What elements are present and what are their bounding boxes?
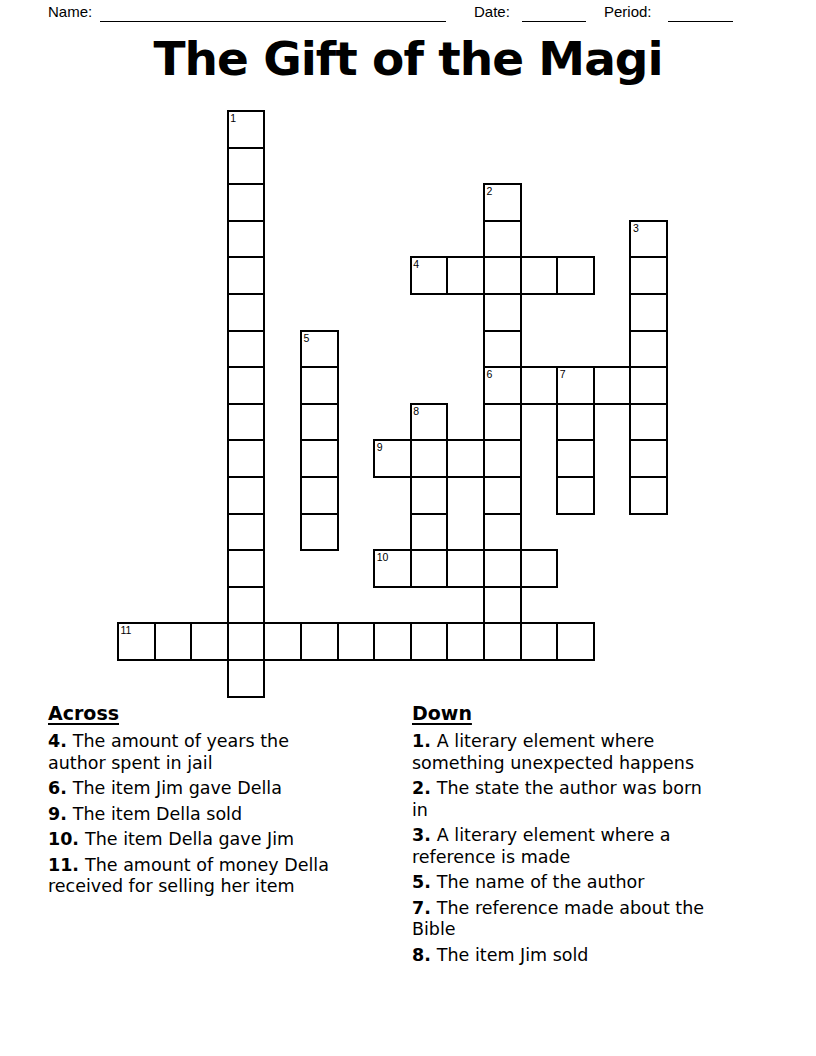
grid-cell-r10c12[interactable]	[556, 476, 595, 515]
grid-cell-r7c3[interactable]	[227, 366, 266, 405]
grid-cell-r4c11[interactable]	[520, 256, 559, 295]
clue-text: The state the author was born in	[412, 778, 702, 820]
grid-cell-r9c9[interactable]	[446, 439, 485, 478]
clue-down-7: 7.The reference made about the Bible	[412, 898, 784, 941]
grid-cell-r9c8[interactable]	[410, 439, 449, 478]
grid-cell-r6c3[interactable]	[227, 330, 266, 369]
cell-number-8: 8	[413, 406, 419, 417]
grid-cell-r10c14[interactable]	[629, 476, 668, 515]
grid-cell-r9c5[interactable]	[300, 439, 339, 478]
grid-cell-r5c3[interactable]	[227, 293, 266, 332]
grid-cell-r14c9[interactable]	[446, 622, 485, 661]
grid-cell-r15c3[interactable]	[227, 659, 266, 698]
clue-text: A literary element where a reference is …	[412, 825, 671, 867]
clue-text: The item Jim sold	[437, 945, 589, 965]
clue-text: A literary element where something unexp…	[412, 731, 694, 773]
cell-number-3: 3	[633, 223, 639, 234]
cell-number-11: 11	[121, 625, 132, 636]
grid-cell-r6c14[interactable]	[629, 330, 668, 369]
period-blank[interactable]	[668, 6, 733, 22]
grid-cell-r2c3[interactable]	[227, 183, 266, 222]
grid-cell-r8c10[interactable]	[483, 403, 522, 442]
grid-cell-r8c5[interactable]	[300, 403, 339, 442]
grid-cell-r14c12[interactable]	[556, 622, 595, 661]
grid-cell-r14c3[interactable]	[227, 622, 266, 661]
crossword-grid: 1234567891011	[117, 110, 672, 702]
clue-text: The name of the author	[437, 872, 645, 892]
down-clues: Down 1.A literary element where somethin…	[412, 702, 784, 970]
clue-down-5: 5.The name of the author	[412, 872, 784, 894]
grid-cell-r14c5[interactable]	[300, 622, 339, 661]
clue-number: 9.	[48, 804, 67, 824]
date-blank[interactable]	[522, 6, 586, 22]
name-label: Name:	[48, 3, 92, 20]
cell-number-5: 5	[304, 333, 310, 344]
worksheet-page: Name: Date: Period: The Gift of the Magi…	[0, 0, 816, 1056]
cell-number-1: 1	[230, 113, 236, 124]
clue-text: The item Della gave Jim	[85, 829, 294, 849]
page-title: The Gift of the Magi	[0, 30, 816, 89]
across-clues: Across 4.The amount of years the author …	[48, 702, 400, 902]
grid-cell-r10c8[interactable]	[410, 476, 449, 515]
clue-number: 10.	[48, 829, 79, 849]
down-heading: Down	[412, 702, 784, 725]
clue-text: The amount of years the author spent in …	[48, 731, 289, 773]
grid-cell-r14c7[interactable]	[373, 622, 412, 661]
grid-cell-r7c11[interactable]	[520, 366, 559, 405]
cell-number-7: 7	[560, 369, 566, 380]
clue-down-8: 8.The item Jim sold	[412, 945, 784, 967]
grid-cell-r7c5[interactable]	[300, 366, 339, 405]
clue-number: 7.	[412, 898, 431, 918]
name-blank[interactable]	[100, 6, 446, 22]
grid-cell-r4c3[interactable]	[227, 256, 266, 295]
clue-number: 8.	[412, 945, 431, 965]
grid-cell-r4c14[interactable]	[629, 256, 668, 295]
grid-cell-r14c8[interactable]	[410, 622, 449, 661]
grid-cell-r4c12[interactable]	[556, 256, 595, 295]
date-label: Date:	[474, 3, 510, 20]
grid-cell-r10c3[interactable]	[227, 476, 266, 515]
across-heading: Across	[48, 702, 400, 725]
grid-cell-r3c3[interactable]	[227, 220, 266, 259]
grid-cell-r14c1[interactable]	[154, 622, 193, 661]
clue-number: 4.	[48, 731, 67, 751]
cell-number-2: 2	[487, 186, 493, 197]
grid-cell-r11c3[interactable]	[227, 513, 266, 552]
grid-cell-r14c6[interactable]	[337, 622, 376, 661]
across-clue-list: 4.The amount of years the author spent i…	[48, 731, 400, 898]
cell-number-10: 10	[377, 552, 389, 563]
grid-cell-r13c10[interactable]	[483, 586, 522, 625]
grid-cell-r5c10[interactable]	[483, 293, 522, 332]
grid-cell-r12c8[interactable]	[410, 549, 449, 588]
grid-cell-r14c2[interactable]	[190, 622, 229, 661]
grid-cell-r1c3[interactable]	[227, 147, 266, 186]
down-clue-list: 1.A literary element where something une…	[412, 731, 784, 966]
clue-text: The amount of money Della received for s…	[48, 855, 329, 897]
grid-cell-r8c3[interactable]	[227, 403, 266, 442]
clue-text: The item Della sold	[73, 804, 242, 824]
clue-down-3: 3.A literary element where a reference i…	[412, 825, 784, 868]
clue-down-1: 1.A literary element where something une…	[412, 731, 784, 774]
grid-cell-r7c14[interactable]	[629, 366, 668, 405]
clue-across-6: 6.The item Jim gave Della	[48, 778, 400, 800]
period-label: Period:	[604, 3, 652, 20]
grid-cell-r5c14[interactable]	[629, 293, 668, 332]
grid-cell-r10c10[interactable]	[483, 476, 522, 515]
clue-number: 11.	[48, 855, 79, 875]
grid-cell-r10c5[interactable]	[300, 476, 339, 515]
grid-cell-r7c13[interactable]	[593, 366, 632, 405]
grid-cell-r12c9[interactable]	[446, 549, 485, 588]
cell-number-6: 6	[487, 369, 493, 380]
grid-cell-r9c3[interactable]	[227, 439, 266, 478]
grid-cell-r9c10[interactable]	[483, 439, 522, 478]
clue-down-2: 2.The state the author was born in	[412, 778, 784, 821]
clue-across-11: 11.The amount of money Della received fo…	[48, 855, 400, 898]
grid-cell-r3c10[interactable]	[483, 220, 522, 259]
grid-cell-r11c5[interactable]	[300, 513, 339, 552]
grid-cell-r4c10[interactable]	[483, 256, 522, 295]
grid-cell-r14c4[interactable]	[263, 622, 302, 661]
grid-cell-r9c14[interactable]	[629, 439, 668, 478]
grid-cell-r11c8[interactable]	[410, 513, 449, 552]
grid-cell-r8c12[interactable]	[556, 403, 595, 442]
clue-number: 2.	[412, 778, 431, 798]
grid-cell-r12c11[interactable]	[520, 549, 559, 588]
cell-number-4: 4	[413, 259, 419, 270]
clue-number: 3.	[412, 825, 431, 845]
clue-text: The item Jim gave Della	[73, 778, 282, 798]
clue-across-4: 4.The amount of years the author spent i…	[48, 731, 400, 774]
clue-number: 6.	[48, 778, 67, 798]
clue-number: 1.	[412, 731, 431, 751]
grid-cell-r6c10[interactable]	[483, 330, 522, 369]
clue-text: The reference made about the Bible	[412, 898, 704, 940]
grid-cell-r13c3[interactable]	[227, 586, 266, 625]
clue-across-9: 9.The item Della sold	[48, 804, 400, 826]
grid-cell-r12c3[interactable]	[227, 549, 266, 588]
grid-cell-r14c10[interactable]	[483, 622, 522, 661]
grid-cell-r8c14[interactable]	[629, 403, 668, 442]
clue-number: 5.	[412, 872, 431, 892]
cell-number-9: 9	[377, 442, 383, 453]
grid-cell-r9c12[interactable]	[556, 439, 595, 478]
grid-cell-r12c10[interactable]	[483, 549, 522, 588]
grid-cell-r14c11[interactable]	[520, 622, 559, 661]
clue-across-10: 10.The item Della gave Jim	[48, 829, 400, 851]
grid-cell-r11c10[interactable]	[483, 513, 522, 552]
grid-cell-r4c9[interactable]	[446, 256, 485, 295]
